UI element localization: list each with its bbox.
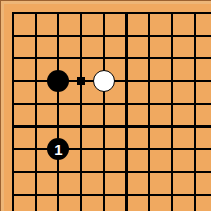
stones-layer: 1 xyxy=(2,2,206,206)
move-1-stone: 1 xyxy=(47,138,69,160)
white-stone xyxy=(93,70,115,92)
go-board: 1 xyxy=(0,0,211,211)
stone-label: 1 xyxy=(54,141,62,156)
square-marker xyxy=(77,77,85,85)
black-stone xyxy=(47,70,69,92)
